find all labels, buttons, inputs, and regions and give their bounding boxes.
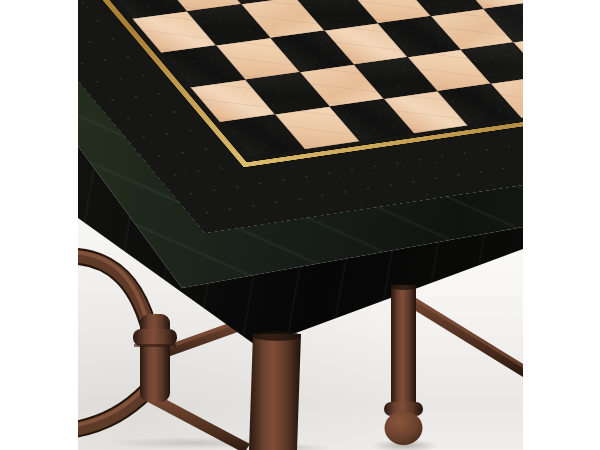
chess-table-photo xyxy=(78,0,523,450)
right-ball-foot xyxy=(385,411,423,445)
product-photo-canvas xyxy=(0,0,600,450)
right-leg xyxy=(391,285,416,406)
iron-base-front xyxy=(78,0,523,450)
right-leg-top-shadow xyxy=(390,284,416,290)
front-leg-top-shadow xyxy=(253,331,301,341)
front-leg xyxy=(249,334,301,450)
